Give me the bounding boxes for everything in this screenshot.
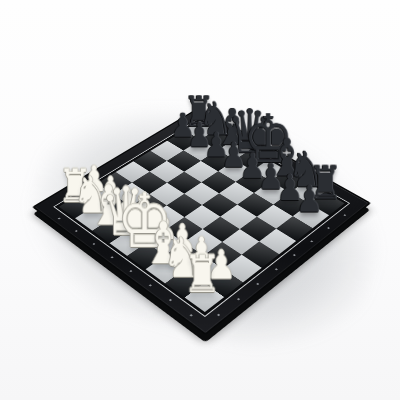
board-grid: ♜♞♝♛♚♝♞♜♟♟♟♟♟♟♟♟♟♟♟♟♟♟♟♟♜♞♝♛♚♝♞♜ [59,121,345,312]
black-pawn-glyph: ♟ [296,181,323,218]
square-h1[interactable]: ♜ [184,283,224,312]
photo-background: ♜♞♝♛♚♝♞♜♟♟♟♟♟♟♟♟♟♟♟♟♟♟♟♟♜♞♝♛♚♝♞♜ [0,0,400,400]
board-inner-frame: ♜♞♝♛♚♝♞♜♟♟♟♟♟♟♟♟♟♟♟♟♟♟♟♟♜♞♝♛♚♝♞♜ [53,118,350,317]
scene: ♜♞♝♛♚♝♞♜♟♟♟♟♟♟♟♟♟♟♟♟♟♟♟♟♜♞♝♛♚♝♞♜ [0,0,400,400]
chessboard: ♜♞♝♛♚♝♞♜♟♟♟♟♟♟♟♟♟♟♟♟♟♟♟♟♜♞♝♛♚♝♞♜ [32,107,371,336]
white-rook-glyph: ♜ [184,248,222,300]
